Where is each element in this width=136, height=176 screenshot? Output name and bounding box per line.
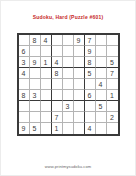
cell-r9c1: 9 xyxy=(19,123,30,134)
cell-r8c7 xyxy=(85,112,96,123)
cell-r5c5 xyxy=(63,79,74,90)
cell-r9c3 xyxy=(41,123,52,134)
cell-r2c6 xyxy=(74,46,85,57)
page: Sudoku, Hard (Puzzle #601) 8497693914854… xyxy=(0,0,136,176)
cell-r3c5 xyxy=(63,57,74,68)
cell-r4c7: 5 xyxy=(85,68,96,79)
cell-r8c8 xyxy=(96,112,107,123)
cell-r2c3 xyxy=(41,46,52,57)
cell-r8c3 xyxy=(41,112,52,123)
cell-r5c6 xyxy=(74,79,85,90)
cell-r1c3: 4 xyxy=(41,35,52,46)
cell-r8c5 xyxy=(63,112,74,123)
cell-r4c8 xyxy=(96,68,107,79)
cell-r6c7: 6 xyxy=(85,90,96,101)
cell-r6c9: 1 xyxy=(107,90,118,101)
cell-r2c9 xyxy=(107,46,118,57)
cell-r2c4 xyxy=(52,46,63,57)
cell-r7c2 xyxy=(30,101,41,112)
cell-r8c6 xyxy=(74,112,85,123)
cell-r7c4 xyxy=(52,101,63,112)
cell-r2c7: 9 xyxy=(85,46,96,57)
cell-r6c6 xyxy=(74,90,85,101)
cell-r6c2: 3 xyxy=(30,90,41,101)
cell-r7c9 xyxy=(107,101,118,112)
cell-r4c9: 7 xyxy=(107,68,118,79)
cell-r1c7: 7 xyxy=(85,35,96,46)
cell-r5c2 xyxy=(30,79,41,90)
cell-r7c5: 3 xyxy=(63,101,74,112)
cell-r9c8 xyxy=(96,123,107,134)
cell-r6c3 xyxy=(41,90,52,101)
cell-r8c9: 2 xyxy=(107,112,118,123)
cell-r3c9: 5 xyxy=(107,57,118,68)
cell-r2c1: 6 xyxy=(19,46,30,57)
cell-r9c2: 5 xyxy=(30,123,41,134)
cell-r3c7: 8 xyxy=(85,57,96,68)
cell-r4c4: 8 xyxy=(52,68,63,79)
cell-r3c3: 1 xyxy=(41,57,52,68)
cell-r3c2: 9 xyxy=(30,57,41,68)
cell-r7c7 xyxy=(85,101,96,112)
cell-r9c6 xyxy=(74,123,85,134)
footer-url: www.printmysudoku.com xyxy=(0,164,136,169)
cell-r7c3 xyxy=(41,101,52,112)
cell-r2c2 xyxy=(30,46,41,57)
cell-r2c5 xyxy=(63,46,74,57)
cell-r4c2 xyxy=(30,68,41,79)
cell-r6c8 xyxy=(96,90,107,101)
cell-r1c2: 8 xyxy=(30,35,41,46)
cell-r8c2 xyxy=(30,112,41,123)
cell-r5c1 xyxy=(19,79,30,90)
cell-r4c3 xyxy=(41,68,52,79)
cell-r5c7 xyxy=(85,79,96,90)
cell-r7c1 xyxy=(19,101,30,112)
cell-r6c1: 8 xyxy=(19,90,30,101)
cell-r6c4 xyxy=(52,90,63,101)
cell-r8c4: 7 xyxy=(52,112,63,123)
cell-r7c8: 5 xyxy=(96,101,107,112)
cell-r5c8: 4 xyxy=(96,79,107,90)
cell-r4c1: 4 xyxy=(19,68,30,79)
cell-r1c8 xyxy=(96,35,107,46)
cell-r3c4: 4 xyxy=(52,57,63,68)
cell-r3c8 xyxy=(96,57,107,68)
cell-r4c5 xyxy=(63,68,74,79)
cell-r5c9 xyxy=(107,79,118,90)
cell-r6c5 xyxy=(63,90,74,101)
cell-r7c6 xyxy=(74,101,85,112)
cell-r1c4 xyxy=(52,35,63,46)
sudoku-board: 84976939148548574836135729514 xyxy=(17,33,120,136)
cell-r3c1: 3 xyxy=(19,57,30,68)
cell-r8c1 xyxy=(19,112,30,123)
cell-r5c3 xyxy=(41,79,52,90)
cell-r1c1 xyxy=(19,35,30,46)
cell-r4c6 xyxy=(74,68,85,79)
cell-r9c7: 4 xyxy=(85,123,96,134)
cell-r1c9 xyxy=(107,35,118,46)
cell-r5c4 xyxy=(52,79,63,90)
cell-r2c8 xyxy=(96,46,107,57)
cell-r9c5 xyxy=(63,123,74,134)
cell-r1c6: 9 xyxy=(74,35,85,46)
cell-r9c9 xyxy=(107,123,118,134)
puzzle-title: Sudoku, Hard (Puzzle #601) xyxy=(1,14,135,20)
cell-r9c4: 1 xyxy=(52,123,63,134)
cell-r3c6 xyxy=(74,57,85,68)
cell-r1c5 xyxy=(63,35,74,46)
